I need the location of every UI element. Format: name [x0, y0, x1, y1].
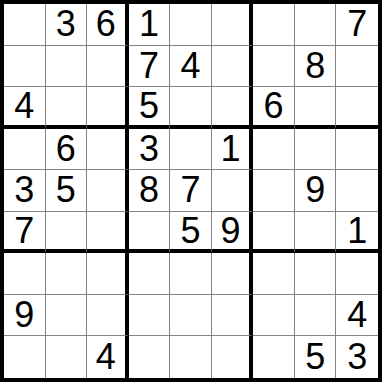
- cell-r4c2[interactable]: 6: [46, 129, 88, 171]
- cell-r9c4[interactable]: [129, 336, 171, 378]
- cell-r8c6[interactable]: [212, 295, 254, 337]
- cell-r9c9[interactable]: 3: [336, 336, 378, 378]
- cell-r6c7[interactable]: [253, 212, 295, 254]
- cell-r3c5[interactable]: [170, 87, 212, 129]
- cell-r7c5[interactable]: [170, 253, 212, 295]
- cell-r2c7[interactable]: [253, 46, 295, 88]
- cell-r5c4[interactable]: 8: [129, 170, 171, 212]
- cell-r1c6[interactable]: [212, 4, 254, 46]
- cell-r7c9[interactable]: [336, 253, 378, 295]
- cell-r1c9[interactable]: 7: [336, 4, 378, 46]
- cell-r2c3[interactable]: [87, 46, 129, 88]
- cell-r2c8[interactable]: 8: [295, 46, 337, 88]
- cell-r5c8[interactable]: 9: [295, 170, 337, 212]
- cell-r7c8[interactable]: [295, 253, 337, 295]
- cell-r4c7[interactable]: [253, 129, 295, 171]
- cell-r9c5[interactable]: [170, 336, 212, 378]
- cell-r6c6[interactable]: 9: [212, 212, 254, 254]
- cell-r1c4[interactable]: 1: [129, 4, 171, 46]
- cell-r3c2[interactable]: [46, 87, 88, 129]
- cell-r7c2[interactable]: [46, 253, 88, 295]
- cell-r3c8[interactable]: [295, 87, 337, 129]
- cell-r7c6[interactable]: [212, 253, 254, 295]
- cell-r2c6[interactable]: [212, 46, 254, 88]
- cell-r1c1[interactable]: [4, 4, 46, 46]
- cell-r7c4[interactable]: [129, 253, 171, 295]
- cell-r2c4[interactable]: 7: [129, 46, 171, 88]
- cell-r6c3[interactable]: [87, 212, 129, 254]
- cell-r6c2[interactable]: [46, 212, 88, 254]
- cell-r6c5[interactable]: 5: [170, 212, 212, 254]
- cell-r4c8[interactable]: [295, 129, 337, 171]
- cell-r2c5[interactable]: 4: [170, 46, 212, 88]
- cell-r5c7[interactable]: [253, 170, 295, 212]
- cell-r8c5[interactable]: [170, 295, 212, 337]
- cell-r4c5[interactable]: [170, 129, 212, 171]
- cell-r9c2[interactable]: [46, 336, 88, 378]
- cell-r7c3[interactable]: [87, 253, 129, 295]
- cell-r4c6[interactable]: 1: [212, 129, 254, 171]
- cell-r3c3[interactable]: [87, 87, 129, 129]
- cell-r2c1[interactable]: [4, 46, 46, 88]
- cell-r4c9[interactable]: [336, 129, 378, 171]
- cell-r8c2[interactable]: [46, 295, 88, 337]
- cell-r5c9[interactable]: [336, 170, 378, 212]
- cell-r1c7[interactable]: [253, 4, 295, 46]
- cell-r5c3[interactable]: [87, 170, 129, 212]
- cell-r9c6[interactable]: [212, 336, 254, 378]
- cell-r8c4[interactable]: [129, 295, 171, 337]
- cell-r6c8[interactable]: [295, 212, 337, 254]
- cell-r8c7[interactable]: [253, 295, 295, 337]
- cell-r5c6[interactable]: [212, 170, 254, 212]
- cell-r5c1[interactable]: 3: [4, 170, 46, 212]
- cell-r5c2[interactable]: 5: [46, 170, 88, 212]
- sudoku-board: 361774845663135879759194453: [0, 0, 382, 382]
- cell-r4c4[interactable]: 3: [129, 129, 171, 171]
- cell-r8c9[interactable]: 4: [336, 295, 378, 337]
- cell-r3c6[interactable]: [212, 87, 254, 129]
- cell-r6c4[interactable]: [129, 212, 171, 254]
- cell-r2c9[interactable]: [336, 46, 378, 88]
- cell-r9c7[interactable]: [253, 336, 295, 378]
- cell-r2c2[interactable]: [46, 46, 88, 88]
- cell-r7c1[interactable]: [4, 253, 46, 295]
- cell-r9c8[interactable]: 5: [295, 336, 337, 378]
- cell-r6c1[interactable]: 7: [4, 212, 46, 254]
- cell-r6c9[interactable]: 1: [336, 212, 378, 254]
- cell-r5c5[interactable]: 7: [170, 170, 212, 212]
- cell-r1c5[interactable]: [170, 4, 212, 46]
- cell-r1c3[interactable]: 6: [87, 4, 129, 46]
- cell-r1c2[interactable]: 3: [46, 4, 88, 46]
- cell-r7c7[interactable]: [253, 253, 295, 295]
- cell-r3c1[interactable]: 4: [4, 87, 46, 129]
- cell-r3c4[interactable]: 5: [129, 87, 171, 129]
- cell-r8c1[interactable]: 9: [4, 295, 46, 337]
- cell-r9c3[interactable]: 4: [87, 336, 129, 378]
- cell-r4c3[interactable]: [87, 129, 129, 171]
- cell-r3c7[interactable]: 6: [253, 87, 295, 129]
- cell-r3c9[interactable]: [336, 87, 378, 129]
- cell-r4c1[interactable]: [4, 129, 46, 171]
- cell-r8c8[interactable]: [295, 295, 337, 337]
- cell-r8c3[interactable]: [87, 295, 129, 337]
- cell-r1c8[interactable]: [295, 4, 337, 46]
- cell-r9c1[interactable]: [4, 336, 46, 378]
